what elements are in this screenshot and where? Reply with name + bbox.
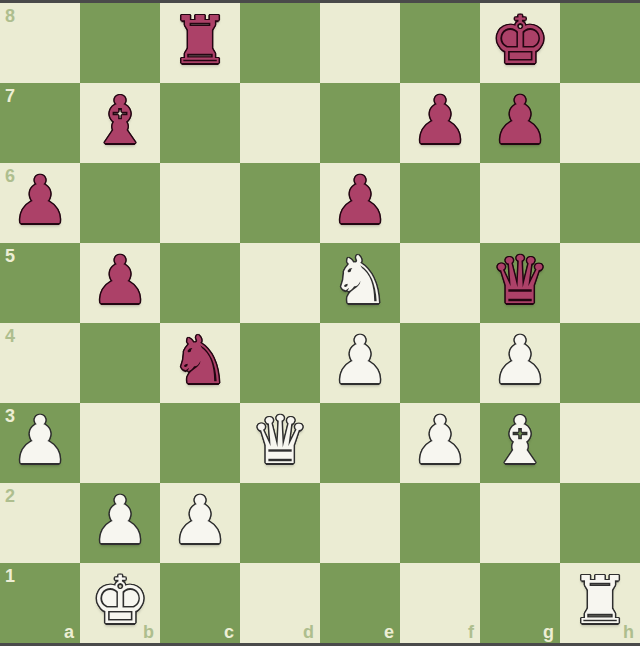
square-b2[interactable]: ♟ <box>80 483 160 563</box>
black-queen[interactable]: ♛ <box>490 241 549 321</box>
square-f8[interactable] <box>400 3 480 83</box>
black-pawn[interactable]: ♟ <box>330 161 389 241</box>
square-a5[interactable]: 5 <box>0 243 80 323</box>
white-knight[interactable]: ♞ <box>330 241 389 321</box>
white-pawn[interactable]: ♟ <box>330 321 389 401</box>
square-h3[interactable] <box>560 403 640 483</box>
square-c6[interactable] <box>160 163 240 243</box>
white-king[interactable]: ♚ <box>90 561 149 641</box>
square-a4[interactable]: 4 <box>0 323 80 403</box>
square-c1[interactable]: c <box>160 563 240 643</box>
square-e3[interactable] <box>320 403 400 483</box>
square-h8[interactable] <box>560 3 640 83</box>
square-g5[interactable]: ♛ <box>480 243 560 323</box>
square-c7[interactable] <box>160 83 240 163</box>
square-b8[interactable] <box>80 3 160 83</box>
rank-label-1: 1 <box>5 567 15 585</box>
square-f3[interactable]: ♟ <box>400 403 480 483</box>
square-h1[interactable]: h♜ <box>560 563 640 643</box>
black-pawn[interactable]: ♟ <box>490 81 549 161</box>
square-g4[interactable]: ♟ <box>480 323 560 403</box>
black-pawn[interactable]: ♟ <box>10 161 69 241</box>
white-bishop[interactable]: ♝ <box>490 401 549 481</box>
square-b3[interactable] <box>80 403 160 483</box>
square-f1[interactable]: f <box>400 563 480 643</box>
square-e2[interactable] <box>320 483 400 563</box>
white-queen[interactable]: ♛ <box>250 401 309 481</box>
square-f2[interactable] <box>400 483 480 563</box>
black-pawn[interactable]: ♟ <box>410 81 469 161</box>
square-h7[interactable] <box>560 83 640 163</box>
square-h5[interactable] <box>560 243 640 323</box>
square-c8[interactable]: ♜ <box>160 3 240 83</box>
black-rook[interactable]: ♜ <box>170 1 229 81</box>
square-d1[interactable]: d <box>240 563 320 643</box>
rank-label-4: 4 <box>5 327 15 345</box>
square-g2[interactable] <box>480 483 560 563</box>
rank-label-7: 7 <box>5 87 15 105</box>
black-knight[interactable]: ♞ <box>170 321 229 401</box>
square-b1[interactable]: b♚ <box>80 563 160 643</box>
square-a2[interactable]: 2 <box>0 483 80 563</box>
square-d7[interactable] <box>240 83 320 163</box>
square-f5[interactable] <box>400 243 480 323</box>
square-g8[interactable]: ♚ <box>480 3 560 83</box>
square-f7[interactable]: ♟ <box>400 83 480 163</box>
square-c4[interactable]: ♞ <box>160 323 240 403</box>
square-e6[interactable]: ♟ <box>320 163 400 243</box>
square-e5[interactable]: ♞ <box>320 243 400 323</box>
square-b7[interactable]: ♝ <box>80 83 160 163</box>
white-pawn[interactable]: ♟ <box>170 481 229 561</box>
square-g1[interactable]: g <box>480 563 560 643</box>
black-bishop[interactable]: ♝ <box>90 81 149 161</box>
file-label-c: c <box>224 623 234 641</box>
square-a1[interactable]: 1a <box>0 563 80 643</box>
black-pawn[interactable]: ♟ <box>90 241 149 321</box>
square-a6[interactable]: 6♟ <box>0 163 80 243</box>
square-d3[interactable]: ♛ <box>240 403 320 483</box>
square-g7[interactable]: ♟ <box>480 83 560 163</box>
file-label-f: f <box>468 623 474 641</box>
square-e8[interactable] <box>320 3 400 83</box>
white-pawn[interactable]: ♟ <box>10 401 69 481</box>
white-pawn[interactable]: ♟ <box>90 481 149 561</box>
white-rook[interactable]: ♜ <box>570 561 629 641</box>
white-pawn[interactable]: ♟ <box>410 401 469 481</box>
square-d6[interactable] <box>240 163 320 243</box>
square-b5[interactable]: ♟ <box>80 243 160 323</box>
square-e7[interactable] <box>320 83 400 163</box>
square-c3[interactable] <box>160 403 240 483</box>
square-g6[interactable] <box>480 163 560 243</box>
file-label-g: g <box>543 623 554 641</box>
square-f6[interactable] <box>400 163 480 243</box>
square-f4[interactable] <box>400 323 480 403</box>
square-a7[interactable]: 7 <box>0 83 80 163</box>
square-g3[interactable]: ♝ <box>480 403 560 483</box>
square-d5[interactable] <box>240 243 320 323</box>
rank-label-5: 5 <box>5 247 15 265</box>
white-pawn[interactable]: ♟ <box>490 321 549 401</box>
file-label-e: e <box>384 623 394 641</box>
square-b6[interactable] <box>80 163 160 243</box>
square-b4[interactable] <box>80 323 160 403</box>
square-h2[interactable] <box>560 483 640 563</box>
file-label-a: a <box>64 623 74 641</box>
chess-board: 8♜♚7♝♟♟6♟♟5♟♞♛4♞♟♟3♟♛♟♝2♟♟1ab♚cdefgh♜ <box>0 3 640 643</box>
square-h6[interactable] <box>560 163 640 243</box>
square-a3[interactable]: 3♟ <box>0 403 80 483</box>
rank-label-8: 8 <box>5 7 15 25</box>
black-king[interactable]: ♚ <box>490 1 549 81</box>
square-c5[interactable] <box>160 243 240 323</box>
square-e4[interactable]: ♟ <box>320 323 400 403</box>
square-h4[interactable] <box>560 323 640 403</box>
square-e1[interactable]: e <box>320 563 400 643</box>
square-d4[interactable] <box>240 323 320 403</box>
square-d8[interactable] <box>240 3 320 83</box>
square-c2[interactable]: ♟ <box>160 483 240 563</box>
rank-label-2: 2 <box>5 487 15 505</box>
square-d2[interactable] <box>240 483 320 563</box>
square-a8[interactable]: 8 <box>0 3 80 83</box>
chess-app-frame: 8♜♚7♝♟♟6♟♟5♟♞♛4♞♟♟3♟♛♟♝2♟♟1ab♚cdefgh♜ <box>0 0 640 646</box>
file-label-d: d <box>303 623 314 641</box>
